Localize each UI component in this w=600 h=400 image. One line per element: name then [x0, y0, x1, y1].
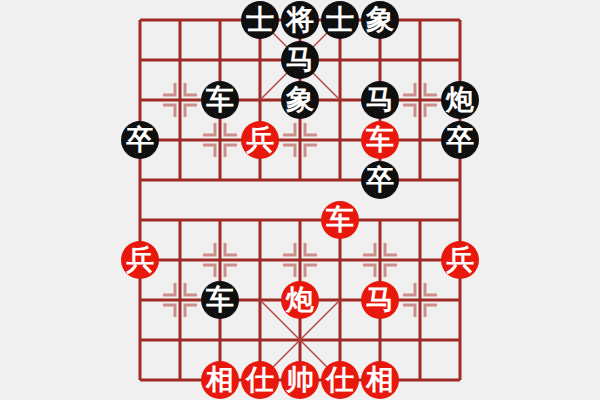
piece-red-chariot[interactable]: 车 — [321, 201, 359, 239]
piece-red-soldier[interactable]: 兵 — [241, 121, 279, 159]
piece-black-horse[interactable]: 马 — [281, 41, 319, 79]
piece-red-general[interactable]: 帅 — [281, 361, 319, 399]
piece-black-soldier[interactable]: 卒 — [361, 161, 399, 199]
piece-black-chariot[interactable]: 车 — [201, 81, 239, 119]
piece-black-elephant[interactable]: 象 — [361, 1, 399, 39]
xiangqi-board: 士将士象马车象马炮卒兵车卒卒车兵兵车炮马相仕帅仕相 — [0, 0, 600, 400]
piece-black-elephant[interactable]: 象 — [281, 81, 319, 119]
piece-black-advisor[interactable]: 士 — [321, 1, 359, 39]
piece-black-horse[interactable]: 马 — [361, 81, 399, 119]
piece-black-soldier[interactable]: 卒 — [441, 121, 479, 159]
piece-black-soldier[interactable]: 卒 — [121, 121, 159, 159]
piece-black-cannon[interactable]: 炮 — [441, 81, 479, 119]
piece-red-advisor[interactable]: 仕 — [241, 361, 279, 399]
piece-black-general[interactable]: 将 — [281, 1, 319, 39]
piece-red-elephant[interactable]: 相 — [361, 361, 399, 399]
piece-red-horse[interactable]: 马 — [361, 281, 399, 319]
piece-red-advisor[interactable]: 仕 — [321, 361, 359, 399]
piece-black-chariot[interactable]: 车 — [201, 281, 239, 319]
piece-red-chariot[interactable]: 车 — [361, 121, 399, 159]
piece-red-elephant[interactable]: 相 — [201, 361, 239, 399]
piece-black-advisor[interactable]: 士 — [241, 1, 279, 39]
piece-red-soldier[interactable]: 兵 — [441, 241, 479, 279]
piece-red-cannon[interactable]: 炮 — [281, 281, 319, 319]
piece-red-soldier[interactable]: 兵 — [121, 241, 159, 279]
piece-layer: 士将士象马车象马炮卒兵车卒卒车兵兵车炮马相仕帅仕相 — [120, 0, 480, 400]
